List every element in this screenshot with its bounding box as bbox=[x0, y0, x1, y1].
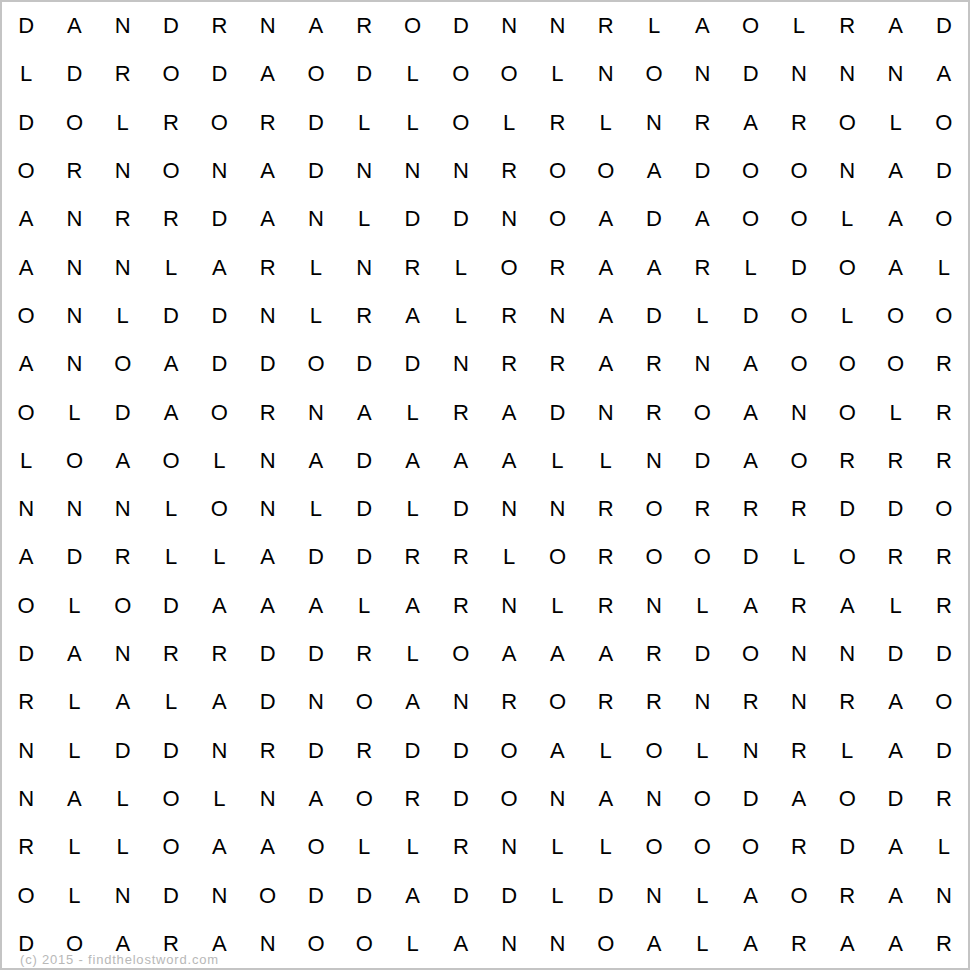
grid-cell-r16c16[interactable]: N bbox=[726, 726, 774, 774]
grid-cell-r11c4[interactable]: L bbox=[147, 485, 195, 533]
grid-cell-r15c12[interactable]: O bbox=[533, 678, 581, 726]
grid-cell-r14c5[interactable]: R bbox=[195, 630, 243, 678]
grid-cell-r3c4[interactable]: R bbox=[147, 99, 195, 147]
grid-cell-r7c5[interactable]: D bbox=[195, 292, 243, 340]
grid-cell-r10c10[interactable]: A bbox=[437, 437, 485, 485]
grid-cell-r4c8[interactable]: N bbox=[340, 147, 388, 195]
grid-cell-r3c19[interactable]: L bbox=[871, 99, 919, 147]
grid-cell-r20c11[interactable]: N bbox=[485, 920, 533, 968]
grid-cell-r7c20[interactable]: O bbox=[920, 292, 968, 340]
grid-cell-r18c13[interactable]: L bbox=[582, 823, 630, 871]
grid-cell-r8c20[interactable]: R bbox=[920, 340, 968, 388]
grid-cell-r14c4[interactable]: R bbox=[147, 630, 195, 678]
grid-cell-r12c4[interactable]: L bbox=[147, 533, 195, 581]
grid-cell-r10c12[interactable]: L bbox=[533, 437, 581, 485]
grid-cell-r8c7[interactable]: O bbox=[292, 340, 340, 388]
grid-cell-r5c9[interactable]: D bbox=[388, 195, 436, 243]
grid-cell-r12c19[interactable]: R bbox=[871, 533, 919, 581]
grid-cell-r7c10[interactable]: L bbox=[437, 292, 485, 340]
grid-cell-r15c1[interactable]: R bbox=[2, 678, 50, 726]
grid-cell-r1c13[interactable]: R bbox=[582, 2, 630, 50]
grid-cell-r15c9[interactable]: A bbox=[388, 678, 436, 726]
grid-cell-r12c5[interactable]: L bbox=[195, 533, 243, 581]
grid-cell-r17c8[interactable]: O bbox=[340, 775, 388, 823]
grid-cell-r6c13[interactable]: A bbox=[582, 243, 630, 291]
grid-cell-r16c15[interactable]: L bbox=[678, 726, 726, 774]
grid-cell-r18c11[interactable]: N bbox=[485, 823, 533, 871]
grid-cell-r2c7[interactable]: O bbox=[292, 50, 340, 98]
grid-cell-r2c2[interactable]: D bbox=[50, 50, 98, 98]
grid-cell-r14c7[interactable]: D bbox=[292, 630, 340, 678]
grid-cell-r19c8[interactable]: D bbox=[340, 871, 388, 919]
grid-cell-r16c18[interactable]: L bbox=[823, 726, 871, 774]
grid-cell-r18c9[interactable]: L bbox=[388, 823, 436, 871]
grid-cell-r18c6[interactable]: A bbox=[243, 823, 291, 871]
grid-cell-r13c20[interactable]: R bbox=[920, 582, 968, 630]
grid-cell-r7c1[interactable]: O bbox=[2, 292, 50, 340]
grid-cell-r17c19[interactable]: D bbox=[871, 775, 919, 823]
grid-cell-r9c15[interactable]: O bbox=[678, 388, 726, 436]
grid-cell-r9c12[interactable]: D bbox=[533, 388, 581, 436]
grid-cell-r4c18[interactable]: N bbox=[823, 147, 871, 195]
grid-cell-r12c13[interactable]: R bbox=[582, 533, 630, 581]
grid-cell-r4c19[interactable]: A bbox=[871, 147, 919, 195]
grid-cell-r4c11[interactable]: R bbox=[485, 147, 533, 195]
grid-cell-r16c14[interactable]: O bbox=[630, 726, 678, 774]
grid-cell-r19c4[interactable]: D bbox=[147, 871, 195, 919]
grid-cell-r4c2[interactable]: R bbox=[50, 147, 98, 195]
grid-cell-r3c6[interactable]: R bbox=[243, 99, 291, 147]
grid-cell-r1c9[interactable]: O bbox=[388, 2, 436, 50]
grid-cell-r5c14[interactable]: D bbox=[630, 195, 678, 243]
grid-cell-r18c19[interactable]: A bbox=[871, 823, 919, 871]
grid-cell-r7c4[interactable]: D bbox=[147, 292, 195, 340]
grid-cell-r6c2[interactable]: N bbox=[50, 243, 98, 291]
grid-cell-r9c3[interactable]: D bbox=[99, 388, 147, 436]
grid-cell-r17c12[interactable]: N bbox=[533, 775, 581, 823]
grid-cell-r11c11[interactable]: N bbox=[485, 485, 533, 533]
grid-cell-r15c6[interactable]: D bbox=[243, 678, 291, 726]
grid-cell-r2c18[interactable]: N bbox=[823, 50, 871, 98]
grid-cell-r12c11[interactable]: L bbox=[485, 533, 533, 581]
grid-cell-r1c2[interactable]: A bbox=[50, 2, 98, 50]
grid-cell-r20c15[interactable]: L bbox=[678, 920, 726, 968]
grid-cell-r4c6[interactable]: A bbox=[243, 147, 291, 195]
grid-cell-r11c13[interactable]: R bbox=[582, 485, 630, 533]
grid-cell-r9c5[interactable]: O bbox=[195, 388, 243, 436]
grid-cell-r14c9[interactable]: L bbox=[388, 630, 436, 678]
grid-cell-r16c2[interactable]: L bbox=[50, 726, 98, 774]
grid-cell-r10c4[interactable]: O bbox=[147, 437, 195, 485]
grid-cell-r7c11[interactable]: R bbox=[485, 292, 533, 340]
word-search-grid[interactable]: DANDRNARODNNRLAOLRADLDRODAODLOOLNONDNNNA… bbox=[2, 2, 968, 968]
grid-cell-r18c18[interactable]: D bbox=[823, 823, 871, 871]
grid-cell-r5c11[interactable]: N bbox=[485, 195, 533, 243]
grid-cell-r12c7[interactable]: D bbox=[292, 533, 340, 581]
grid-cell-r4c3[interactable]: N bbox=[99, 147, 147, 195]
grid-cell-r19c16[interactable]: A bbox=[726, 871, 774, 919]
grid-cell-r14c12[interactable]: A bbox=[533, 630, 581, 678]
grid-cell-r1c14[interactable]: L bbox=[630, 2, 678, 50]
grid-cell-r10c5[interactable]: L bbox=[195, 437, 243, 485]
grid-cell-r18c14[interactable]: O bbox=[630, 823, 678, 871]
grid-cell-r2c10[interactable]: O bbox=[437, 50, 485, 98]
grid-cell-r7c8[interactable]: R bbox=[340, 292, 388, 340]
grid-cell-r4c10[interactable]: N bbox=[437, 147, 485, 195]
grid-cell-r13c19[interactable]: L bbox=[871, 582, 919, 630]
grid-cell-r4c12[interactable]: O bbox=[533, 147, 581, 195]
grid-cell-r10c15[interactable]: D bbox=[678, 437, 726, 485]
grid-cell-r20c16[interactable]: A bbox=[726, 920, 774, 968]
grid-cell-r10c1[interactable]: L bbox=[2, 437, 50, 485]
grid-cell-r5c16[interactable]: O bbox=[726, 195, 774, 243]
grid-cell-r8c6[interactable]: D bbox=[243, 340, 291, 388]
grid-cell-r9c17[interactable]: N bbox=[775, 388, 823, 436]
grid-cell-r17c5[interactable]: L bbox=[195, 775, 243, 823]
grid-cell-r10c18[interactable]: R bbox=[823, 437, 871, 485]
grid-cell-r13c7[interactable]: A bbox=[292, 582, 340, 630]
grid-cell-r14c19[interactable]: D bbox=[871, 630, 919, 678]
grid-cell-r1c8[interactable]: R bbox=[340, 2, 388, 50]
grid-cell-r2c16[interactable]: D bbox=[726, 50, 774, 98]
grid-cell-r20c14[interactable]: A bbox=[630, 920, 678, 968]
grid-cell-r19c3[interactable]: N bbox=[99, 871, 147, 919]
grid-cell-r1c16[interactable]: O bbox=[726, 2, 774, 50]
grid-cell-r14c17[interactable]: N bbox=[775, 630, 823, 678]
grid-cell-r15c17[interactable]: N bbox=[775, 678, 823, 726]
grid-cell-r16c3[interactable]: D bbox=[99, 726, 147, 774]
grid-cell-r20c19[interactable]: A bbox=[871, 920, 919, 968]
grid-cell-r1c17[interactable]: L bbox=[775, 2, 823, 50]
grid-cell-r1c20[interactable]: D bbox=[920, 2, 968, 50]
grid-cell-r20c13[interactable]: O bbox=[582, 920, 630, 968]
grid-cell-r14c11[interactable]: A bbox=[485, 630, 533, 678]
grid-cell-r11c16[interactable]: R bbox=[726, 485, 774, 533]
grid-cell-r19c15[interactable]: L bbox=[678, 871, 726, 919]
grid-cell-r9c19[interactable]: L bbox=[871, 388, 919, 436]
grid-cell-r19c5[interactable]: N bbox=[195, 871, 243, 919]
grid-cell-r5c10[interactable]: D bbox=[437, 195, 485, 243]
grid-cell-r7c6[interactable]: N bbox=[243, 292, 291, 340]
grid-cell-r13c10[interactable]: R bbox=[437, 582, 485, 630]
grid-cell-r13c15[interactable]: L bbox=[678, 582, 726, 630]
grid-cell-r7c2[interactable]: N bbox=[50, 292, 98, 340]
grid-cell-r16c9[interactable]: D bbox=[388, 726, 436, 774]
grid-cell-r5c20[interactable]: O bbox=[920, 195, 968, 243]
grid-cell-r18c8[interactable]: L bbox=[340, 823, 388, 871]
grid-cell-r15c13[interactable]: R bbox=[582, 678, 630, 726]
grid-cell-r14c20[interactable]: D bbox=[920, 630, 968, 678]
grid-cell-r5c5[interactable]: D bbox=[195, 195, 243, 243]
grid-cell-r19c11[interactable]: D bbox=[485, 871, 533, 919]
grid-cell-r18c4[interactable]: O bbox=[147, 823, 195, 871]
grid-cell-r5c8[interactable]: L bbox=[340, 195, 388, 243]
grid-cell-r13c5[interactable]: A bbox=[195, 582, 243, 630]
grid-cell-r8c8[interactable]: D bbox=[340, 340, 388, 388]
grid-cell-r20c9[interactable]: L bbox=[388, 920, 436, 968]
grid-cell-r20c7[interactable]: O bbox=[292, 920, 340, 968]
grid-cell-r11c20[interactable]: O bbox=[920, 485, 968, 533]
grid-cell-r17c7[interactable]: A bbox=[292, 775, 340, 823]
grid-cell-r11c2[interactable]: N bbox=[50, 485, 98, 533]
grid-cell-r1c3[interactable]: N bbox=[99, 2, 147, 50]
grid-cell-r17c10[interactable]: D bbox=[437, 775, 485, 823]
grid-cell-r15c11[interactable]: R bbox=[485, 678, 533, 726]
grid-cell-r7c9[interactable]: A bbox=[388, 292, 436, 340]
grid-cell-r15c18[interactable]: R bbox=[823, 678, 871, 726]
grid-cell-r9c16[interactable]: A bbox=[726, 388, 774, 436]
grid-cell-r3c16[interactable]: A bbox=[726, 99, 774, 147]
grid-cell-r11c19[interactable]: D bbox=[871, 485, 919, 533]
grid-cell-r18c20[interactable]: L bbox=[920, 823, 968, 871]
grid-cell-r19c19[interactable]: A bbox=[871, 871, 919, 919]
grid-cell-r15c14[interactable]: R bbox=[630, 678, 678, 726]
grid-cell-r18c7[interactable]: O bbox=[292, 823, 340, 871]
grid-cell-r5c15[interactable]: A bbox=[678, 195, 726, 243]
grid-cell-r9c1[interactable]: O bbox=[2, 388, 50, 436]
grid-cell-r11c8[interactable]: D bbox=[340, 485, 388, 533]
grid-cell-r17c9[interactable]: R bbox=[388, 775, 436, 823]
grid-cell-r9c8[interactable]: A bbox=[340, 388, 388, 436]
grid-cell-r8c14[interactable]: R bbox=[630, 340, 678, 388]
grid-cell-r16c7[interactable]: D bbox=[292, 726, 340, 774]
grid-cell-r17c11[interactable]: O bbox=[485, 775, 533, 823]
grid-cell-r6c18[interactable]: O bbox=[823, 243, 871, 291]
grid-cell-r8c9[interactable]: D bbox=[388, 340, 436, 388]
grid-cell-r8c18[interactable]: O bbox=[823, 340, 871, 388]
grid-cell-r6c19[interactable]: A bbox=[871, 243, 919, 291]
grid-cell-r10c17[interactable]: O bbox=[775, 437, 823, 485]
grid-cell-r7c19[interactable]: O bbox=[871, 292, 919, 340]
grid-cell-r8c4[interactable]: A bbox=[147, 340, 195, 388]
grid-cell-r3c13[interactable]: L bbox=[582, 99, 630, 147]
grid-cell-r20c17[interactable]: R bbox=[775, 920, 823, 968]
grid-cell-r7c15[interactable]: L bbox=[678, 292, 726, 340]
grid-cell-r10c19[interactable]: R bbox=[871, 437, 919, 485]
grid-cell-r7c7[interactable]: L bbox=[292, 292, 340, 340]
grid-cell-r3c8[interactable]: L bbox=[340, 99, 388, 147]
grid-cell-r6c5[interactable]: A bbox=[195, 243, 243, 291]
grid-cell-r17c17[interactable]: A bbox=[775, 775, 823, 823]
grid-cell-r1c4[interactable]: D bbox=[147, 2, 195, 50]
grid-cell-r10c2[interactable]: O bbox=[50, 437, 98, 485]
grid-cell-r3c2[interactable]: O bbox=[50, 99, 98, 147]
grid-cell-r6c7[interactable]: L bbox=[292, 243, 340, 291]
grid-cell-r15c19[interactable]: A bbox=[871, 678, 919, 726]
grid-cell-r13c1[interactable]: O bbox=[2, 582, 50, 630]
grid-cell-r19c9[interactable]: A bbox=[388, 871, 436, 919]
grid-cell-r1c11[interactable]: N bbox=[485, 2, 533, 50]
grid-cell-r8c12[interactable]: R bbox=[533, 340, 581, 388]
grid-cell-r17c1[interactable]: N bbox=[2, 775, 50, 823]
grid-cell-r5c18[interactable]: L bbox=[823, 195, 871, 243]
grid-cell-r7c12[interactable]: N bbox=[533, 292, 581, 340]
grid-cell-r14c2[interactable]: A bbox=[50, 630, 98, 678]
grid-cell-r6c11[interactable]: O bbox=[485, 243, 533, 291]
grid-cell-r5c19[interactable]: A bbox=[871, 195, 919, 243]
grid-cell-r4c5[interactable]: N bbox=[195, 147, 243, 195]
grid-cell-r1c19[interactable]: A bbox=[871, 2, 919, 50]
grid-cell-r12c12[interactable]: O bbox=[533, 533, 581, 581]
grid-cell-r8c16[interactable]: A bbox=[726, 340, 774, 388]
grid-cell-r17c3[interactable]: L bbox=[99, 775, 147, 823]
grid-cell-r1c10[interactable]: D bbox=[437, 2, 485, 50]
grid-cell-r20c6[interactable]: N bbox=[243, 920, 291, 968]
grid-cell-r13c2[interactable]: L bbox=[50, 582, 98, 630]
grid-cell-r9c6[interactable]: R bbox=[243, 388, 291, 436]
grid-cell-r4c13[interactable]: O bbox=[582, 147, 630, 195]
grid-cell-r2c14[interactable]: O bbox=[630, 50, 678, 98]
grid-cell-r13c13[interactable]: R bbox=[582, 582, 630, 630]
grid-cell-r2c20[interactable]: A bbox=[920, 50, 968, 98]
grid-cell-r5c3[interactable]: R bbox=[99, 195, 147, 243]
grid-cell-r3c20[interactable]: O bbox=[920, 99, 968, 147]
grid-cell-r12c14[interactable]: O bbox=[630, 533, 678, 581]
grid-cell-r8c17[interactable]: O bbox=[775, 340, 823, 388]
grid-cell-r2c8[interactable]: D bbox=[340, 50, 388, 98]
grid-cell-r12c8[interactable]: D bbox=[340, 533, 388, 581]
grid-cell-r20c8[interactable]: O bbox=[340, 920, 388, 968]
grid-cell-r20c10[interactable]: A bbox=[437, 920, 485, 968]
grid-cell-r6c14[interactable]: A bbox=[630, 243, 678, 291]
grid-cell-r19c14[interactable]: N bbox=[630, 871, 678, 919]
grid-cell-r16c8[interactable]: R bbox=[340, 726, 388, 774]
grid-cell-r15c20[interactable]: O bbox=[920, 678, 968, 726]
grid-cell-r15c2[interactable]: L bbox=[50, 678, 98, 726]
grid-cell-r12c18[interactable]: O bbox=[823, 533, 871, 581]
grid-cell-r15c5[interactable]: A bbox=[195, 678, 243, 726]
grid-cell-r8c10[interactable]: N bbox=[437, 340, 485, 388]
grid-cell-r12c15[interactable]: O bbox=[678, 533, 726, 581]
grid-cell-r16c13[interactable]: L bbox=[582, 726, 630, 774]
grid-cell-r19c13[interactable]: D bbox=[582, 871, 630, 919]
grid-cell-r1c15[interactable]: A bbox=[678, 2, 726, 50]
grid-cell-r19c2[interactable]: L bbox=[50, 871, 98, 919]
grid-cell-r13c14[interactable]: N bbox=[630, 582, 678, 630]
grid-cell-r4c7[interactable]: D bbox=[292, 147, 340, 195]
grid-cell-r2c13[interactable]: N bbox=[582, 50, 630, 98]
grid-cell-r2c6[interactable]: A bbox=[243, 50, 291, 98]
grid-cell-r9c9[interactable]: L bbox=[388, 388, 436, 436]
grid-cell-r1c18[interactable]: R bbox=[823, 2, 871, 50]
grid-cell-r16c17[interactable]: R bbox=[775, 726, 823, 774]
grid-cell-r18c3[interactable]: L bbox=[99, 823, 147, 871]
grid-cell-r5c6[interactable]: A bbox=[243, 195, 291, 243]
grid-cell-r17c13[interactable]: A bbox=[582, 775, 630, 823]
grid-cell-r10c3[interactable]: A bbox=[99, 437, 147, 485]
grid-cell-r8c5[interactable]: D bbox=[195, 340, 243, 388]
grid-cell-r9c20[interactable]: R bbox=[920, 388, 968, 436]
grid-cell-r6c8[interactable]: N bbox=[340, 243, 388, 291]
grid-cell-r6c10[interactable]: L bbox=[437, 243, 485, 291]
grid-cell-r3c12[interactable]: R bbox=[533, 99, 581, 147]
grid-cell-r13c18[interactable]: A bbox=[823, 582, 871, 630]
grid-cell-r6c15[interactable]: R bbox=[678, 243, 726, 291]
grid-cell-r7c18[interactable]: L bbox=[823, 292, 871, 340]
grid-cell-r16c19[interactable]: A bbox=[871, 726, 919, 774]
grid-cell-r11c15[interactable]: R bbox=[678, 485, 726, 533]
grid-cell-r2c1[interactable]: L bbox=[2, 50, 50, 98]
grid-cell-r11c3[interactable]: N bbox=[99, 485, 147, 533]
grid-cell-r12c10[interactable]: R bbox=[437, 533, 485, 581]
grid-cell-r17c20[interactable]: R bbox=[920, 775, 968, 823]
grid-cell-r15c3[interactable]: A bbox=[99, 678, 147, 726]
grid-cell-r11c6[interactable]: N bbox=[243, 485, 291, 533]
grid-cell-r11c1[interactable]: N bbox=[2, 485, 50, 533]
grid-cell-r2c11[interactable]: O bbox=[485, 50, 533, 98]
grid-cell-r4c16[interactable]: O bbox=[726, 147, 774, 195]
grid-cell-r12c3[interactable]: R bbox=[99, 533, 147, 581]
grid-cell-r17c2[interactable]: A bbox=[50, 775, 98, 823]
grid-cell-r12c16[interactable]: D bbox=[726, 533, 774, 581]
grid-cell-r13c3[interactable]: O bbox=[99, 582, 147, 630]
grid-cell-r8c11[interactable]: R bbox=[485, 340, 533, 388]
grid-cell-r10c7[interactable]: A bbox=[292, 437, 340, 485]
grid-cell-r8c3[interactable]: O bbox=[99, 340, 147, 388]
grid-cell-r2c4[interactable]: O bbox=[147, 50, 195, 98]
grid-cell-r16c20[interactable]: D bbox=[920, 726, 968, 774]
grid-cell-r14c16[interactable]: O bbox=[726, 630, 774, 678]
grid-cell-r11c14[interactable]: O bbox=[630, 485, 678, 533]
grid-cell-r20c18[interactable]: A bbox=[823, 920, 871, 968]
grid-cell-r2c5[interactable]: D bbox=[195, 50, 243, 98]
grid-cell-r17c4[interactable]: O bbox=[147, 775, 195, 823]
grid-cell-r16c5[interactable]: N bbox=[195, 726, 243, 774]
grid-cell-r5c17[interactable]: O bbox=[775, 195, 823, 243]
grid-cell-r14c3[interactable]: N bbox=[99, 630, 147, 678]
grid-cell-r11c9[interactable]: L bbox=[388, 485, 436, 533]
grid-cell-r10c11[interactable]: A bbox=[485, 437, 533, 485]
grid-cell-r13c6[interactable]: A bbox=[243, 582, 291, 630]
grid-cell-r2c19[interactable]: N bbox=[871, 50, 919, 98]
grid-cell-r9c10[interactable]: R bbox=[437, 388, 485, 436]
grid-cell-r2c17[interactable]: N bbox=[775, 50, 823, 98]
grid-cell-r3c1[interactable]: D bbox=[2, 99, 50, 147]
grid-cell-r18c1[interactable]: R bbox=[2, 823, 50, 871]
grid-cell-r12c2[interactable]: D bbox=[50, 533, 98, 581]
grid-cell-r6c9[interactable]: R bbox=[388, 243, 436, 291]
grid-cell-r20c12[interactable]: N bbox=[533, 920, 581, 968]
grid-cell-r4c20[interactable]: D bbox=[920, 147, 968, 195]
grid-cell-r8c1[interactable]: A bbox=[2, 340, 50, 388]
grid-cell-r13c17[interactable]: R bbox=[775, 582, 823, 630]
grid-cell-r3c18[interactable]: O bbox=[823, 99, 871, 147]
grid-cell-r15c10[interactable]: N bbox=[437, 678, 485, 726]
grid-cell-r19c7[interactable]: D bbox=[292, 871, 340, 919]
grid-cell-r6c16[interactable]: L bbox=[726, 243, 774, 291]
grid-cell-r18c5[interactable]: A bbox=[195, 823, 243, 871]
grid-cell-r4c15[interactable]: D bbox=[678, 147, 726, 195]
grid-cell-r17c15[interactable]: O bbox=[678, 775, 726, 823]
grid-cell-r2c15[interactable]: N bbox=[678, 50, 726, 98]
grid-cell-r3c10[interactable]: O bbox=[437, 99, 485, 147]
grid-cell-r5c4[interactable]: R bbox=[147, 195, 195, 243]
grid-cell-r5c12[interactable]: O bbox=[533, 195, 581, 243]
grid-cell-r7c14[interactable]: D bbox=[630, 292, 678, 340]
grid-cell-r8c19[interactable]: O bbox=[871, 340, 919, 388]
grid-cell-r20c20[interactable]: R bbox=[920, 920, 968, 968]
grid-cell-r2c9[interactable]: L bbox=[388, 50, 436, 98]
grid-cell-r3c14[interactable]: N bbox=[630, 99, 678, 147]
grid-cell-r10c20[interactable]: R bbox=[920, 437, 968, 485]
grid-cell-r9c4[interactable]: A bbox=[147, 388, 195, 436]
grid-cell-r7c3[interactable]: L bbox=[99, 292, 147, 340]
grid-cell-r19c20[interactable]: N bbox=[920, 871, 968, 919]
grid-cell-r9c13[interactable]: N bbox=[582, 388, 630, 436]
grid-cell-r8c15[interactable]: N bbox=[678, 340, 726, 388]
grid-cell-r10c8[interactable]: D bbox=[340, 437, 388, 485]
grid-cell-r15c8[interactable]: O bbox=[340, 678, 388, 726]
